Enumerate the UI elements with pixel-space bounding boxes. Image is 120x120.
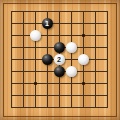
- black-stone-E6: [54, 42, 65, 53]
- intersection-F1[interactable]: [65, 101, 77, 113]
- intersection-G8[interactable]: [77, 17, 89, 29]
- intersection-D8[interactable]: 1: [41, 17, 53, 29]
- move-number-label: 2: [57, 54, 61, 65]
- black-stone-D5: [42, 54, 53, 65]
- intersection-C9[interactable]: [29, 5, 41, 17]
- move-number-label: 1: [45, 18, 49, 29]
- intersection-E7[interactable]: [53, 29, 65, 41]
- intersection-B2[interactable]: [17, 89, 29, 101]
- black-stone-E4: [54, 66, 65, 77]
- intersection-G7[interactable]: [77, 29, 89, 41]
- intersection-E1[interactable]: [53, 101, 65, 113]
- board-intersections: 12: [5, 5, 113, 113]
- intersection-E2[interactable]: [53, 89, 65, 101]
- intersection-H3[interactable]: [89, 77, 101, 89]
- intersection-H8[interactable]: [89, 17, 101, 29]
- intersection-B6[interactable]: [17, 41, 29, 53]
- intersection-H6[interactable]: [89, 41, 101, 53]
- intersection-B8[interactable]: [17, 17, 29, 29]
- intersection-D1[interactable]: [41, 101, 53, 113]
- intersection-J4[interactable]: [101, 65, 113, 77]
- intersection-G3[interactable]: [77, 77, 89, 89]
- intersection-F2[interactable]: [65, 89, 77, 101]
- white-stone-C7: [30, 30, 41, 41]
- intersection-J5[interactable]: [101, 53, 113, 65]
- intersection-B1[interactable]: [17, 101, 29, 113]
- intersection-H2[interactable]: [89, 89, 101, 101]
- intersection-A5[interactable]: [5, 53, 17, 65]
- intersection-J1[interactable]: [101, 101, 113, 113]
- intersection-A7[interactable]: [5, 29, 17, 41]
- intersection-J6[interactable]: [101, 41, 113, 53]
- intersection-B5[interactable]: [17, 53, 29, 65]
- intersection-G2[interactable]: [77, 89, 89, 101]
- intersection-A3[interactable]: [5, 77, 17, 89]
- intersection-B7[interactable]: [17, 29, 29, 41]
- intersection-A1[interactable]: [5, 101, 17, 113]
- intersection-J9[interactable]: [101, 5, 113, 17]
- intersection-D6[interactable]: [41, 41, 53, 53]
- intersection-E4[interactable]: [53, 65, 65, 77]
- intersection-F4[interactable]: [65, 65, 77, 77]
- intersection-F7[interactable]: [65, 29, 77, 41]
- intersection-J3[interactable]: [101, 77, 113, 89]
- intersection-F8[interactable]: [65, 17, 77, 29]
- intersection-G4[interactable]: [77, 65, 89, 77]
- intersection-C5[interactable]: [29, 53, 41, 65]
- white-stone-G5: [78, 54, 89, 65]
- intersection-H5[interactable]: [89, 53, 101, 65]
- intersection-B9[interactable]: [17, 5, 29, 17]
- intersection-J7[interactable]: [101, 29, 113, 41]
- intersection-E3[interactable]: [53, 77, 65, 89]
- intersection-H9[interactable]: [89, 5, 101, 17]
- white-stone-E5: 2: [54, 54, 65, 65]
- intersection-A6[interactable]: [5, 41, 17, 53]
- intersection-C7[interactable]: [29, 29, 41, 41]
- intersection-C4[interactable]: [29, 65, 41, 77]
- intersection-C1[interactable]: [29, 101, 41, 113]
- intersection-G9[interactable]: [77, 5, 89, 17]
- intersection-E6[interactable]: [53, 41, 65, 53]
- intersection-A9[interactable]: [5, 5, 17, 17]
- intersection-D2[interactable]: [41, 89, 53, 101]
- intersection-E5[interactable]: 2: [53, 53, 65, 65]
- intersection-A8[interactable]: [5, 17, 17, 29]
- intersection-D9[interactable]: [41, 5, 53, 17]
- intersection-A4[interactable]: [5, 65, 17, 77]
- intersection-F9[interactable]: [65, 5, 77, 17]
- intersection-F5[interactable]: [65, 53, 77, 65]
- go-board: 12: [0, 0, 120, 120]
- intersection-C2[interactable]: [29, 89, 41, 101]
- intersection-D3[interactable]: [41, 77, 53, 89]
- intersection-G5[interactable]: [77, 53, 89, 65]
- intersection-H4[interactable]: [89, 65, 101, 77]
- intersection-D4[interactable]: [41, 65, 53, 77]
- intersection-E9[interactable]: [53, 5, 65, 17]
- intersection-C6[interactable]: [29, 41, 41, 53]
- white-stone-F6: [66, 42, 77, 53]
- intersection-D5[interactable]: [41, 53, 53, 65]
- intersection-H7[interactable]: [89, 29, 101, 41]
- intersection-F3[interactable]: [65, 77, 77, 89]
- intersection-J8[interactable]: [101, 17, 113, 29]
- black-stone-D8: 1: [42, 18, 53, 29]
- intersection-G6[interactable]: [77, 41, 89, 53]
- intersection-D7[interactable]: [41, 29, 53, 41]
- intersection-B4[interactable]: [17, 65, 29, 77]
- intersection-E8[interactable]: [53, 17, 65, 29]
- intersection-C8[interactable]: [29, 17, 41, 29]
- intersection-H1[interactable]: [89, 101, 101, 113]
- intersection-B3[interactable]: [17, 77, 29, 89]
- intersection-G1[interactable]: [77, 101, 89, 113]
- intersection-C3[interactable]: [29, 77, 41, 89]
- intersection-J2[interactable]: [101, 89, 113, 101]
- intersection-A2[interactable]: [5, 89, 17, 101]
- intersection-F6[interactable]: [65, 41, 77, 53]
- white-stone-F4: [66, 66, 77, 77]
